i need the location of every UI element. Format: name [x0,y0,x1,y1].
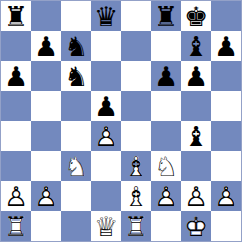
square-a1[interactable]: ♜♖ [1,211,31,241]
square-e8[interactable] [121,1,151,31]
black-rook[interactable]: ♜ [151,1,181,31]
square-b1[interactable] [31,211,61,241]
square-g5[interactable] [181,91,211,121]
black-knight[interactable]: ♞ [61,31,91,61]
black-pawn[interactable]: ♟ [1,61,31,91]
white-king[interactable]: ♚♔ [181,211,211,241]
piece-glyph: ♞ [64,33,88,60]
square-a7[interactable] [1,31,31,61]
piece-glyph: ♟ [4,63,28,90]
piece-outline-layer: ♗ [124,183,148,210]
square-c7[interactable]: ♞ [61,31,91,61]
square-h7[interactable]: ♟ [211,31,241,61]
piece-outline-layer: ♗ [124,153,148,180]
square-g4[interactable]: ♝ [181,121,211,151]
square-f6[interactable]: ♟ [151,61,181,91]
black-queen[interactable]: ♛ [91,1,121,31]
piece-glyph: ♟ [94,93,118,120]
piece-outline-layer: ♘ [64,153,88,180]
piece-outline-layer: ♘ [154,153,178,180]
white-rook[interactable]: ♜♖ [121,211,151,241]
piece-glyph: ♜ [154,3,178,30]
piece-glyph: ♛ [94,3,118,30]
square-g6[interactable]: ♟ [181,61,211,91]
black-bishop[interactable]: ♝ [181,121,211,151]
square-e4[interactable] [121,121,151,151]
black-bishop[interactable]: ♝ [181,31,211,61]
square-a2[interactable]: ♟♙ [1,181,31,211]
square-h4[interactable] [211,121,241,151]
square-b3[interactable] [31,151,61,181]
square-b5[interactable] [31,91,61,121]
square-d2[interactable] [91,181,121,211]
square-c2[interactable] [61,181,91,211]
square-c4[interactable] [61,121,91,151]
black-pawn[interactable]: ♟ [91,91,121,121]
square-g1[interactable]: ♚♔ [181,211,211,241]
square-h3[interactable] [211,151,241,181]
square-b6[interactable] [31,61,61,91]
white-pawn[interactable]: ♟♙ [211,181,241,211]
chess-board: ♜♛♜♚♟♞♝♟♟♞♟♟♟♟♙♝♞♘♝♗♞♘♟♙♟♙♝♗♟♙♟♙♟♙♜♖♛♕♜♖… [0,0,242,242]
piece-glyph: ♟ [34,33,58,60]
square-c8[interactable] [61,1,91,31]
square-g2[interactable]: ♟♙ [181,181,211,211]
piece-outline-layer: ♔ [184,213,208,240]
square-d5[interactable]: ♟ [91,91,121,121]
square-c6[interactable]: ♞ [61,61,91,91]
square-f8[interactable]: ♜ [151,1,181,31]
piece-outline-layer: ♙ [154,183,178,210]
square-e7[interactable] [121,31,151,61]
square-e3[interactable]: ♝♗ [121,151,151,181]
square-e2[interactable]: ♝♗ [121,181,151,211]
square-b4[interactable] [31,121,61,151]
black-pawn[interactable]: ♟ [31,31,61,61]
white-pawn[interactable]: ♟♙ [31,181,61,211]
square-g7[interactable]: ♝ [181,31,211,61]
black-rook[interactable]: ♜ [1,1,31,31]
white-bishop[interactable]: ♝♗ [121,181,151,211]
white-bishop[interactable]: ♝♗ [121,151,151,181]
piece-outline-layer: ♖ [4,213,28,240]
piece-glyph: ♞ [64,63,88,90]
black-king[interactable]: ♚ [181,1,211,31]
piece-glyph: ♝ [184,123,208,150]
square-b7[interactable]: ♟ [31,31,61,61]
square-a4[interactable] [1,121,31,151]
square-f1[interactable] [151,211,181,241]
black-pawn[interactable]: ♟ [181,61,211,91]
square-d7[interactable] [91,31,121,61]
square-d4[interactable]: ♟♙ [91,121,121,151]
square-h2[interactable]: ♟♙ [211,181,241,211]
white-rook[interactable]: ♜♖ [1,211,31,241]
piece-glyph: ♟ [214,33,238,60]
square-a3[interactable] [1,151,31,181]
white-knight[interactable]: ♞♘ [61,151,91,181]
square-h8[interactable] [211,1,241,31]
square-a6[interactable]: ♟ [1,61,31,91]
square-g3[interactable] [181,151,211,181]
piece-glyph: ♜ [4,3,28,30]
black-knight[interactable]: ♞ [61,61,91,91]
black-pawn[interactable]: ♟ [211,31,241,61]
square-d3[interactable] [91,151,121,181]
square-a8[interactable]: ♜ [1,1,31,31]
square-d8[interactable]: ♛ [91,1,121,31]
square-a5[interactable] [1,91,31,121]
square-b8[interactable] [31,1,61,31]
white-queen[interactable]: ♛♕ [91,211,121,241]
piece-outline-layer: ♕ [94,213,118,240]
white-pawn[interactable]: ♟♙ [181,181,211,211]
piece-glyph: ♟ [184,63,208,90]
piece-outline-layer: ♖ [124,213,148,240]
black-pawn[interactable]: ♟ [151,61,181,91]
square-f5[interactable] [151,91,181,121]
square-h6[interactable] [211,61,241,91]
square-d6[interactable] [91,61,121,91]
white-knight[interactable]: ♞♘ [151,151,181,181]
square-c1[interactable] [61,211,91,241]
square-f7[interactable] [151,31,181,61]
square-e6[interactable] [121,61,151,91]
square-d1[interactable]: ♛♕ [91,211,121,241]
piece-outline-layer: ♙ [214,183,238,210]
piece-glyph: ♚ [184,3,208,30]
square-f3[interactable]: ♞♘ [151,151,181,181]
piece-outline-layer: ♙ [94,123,118,150]
square-b2[interactable]: ♟♙ [31,181,61,211]
square-f4[interactable] [151,121,181,151]
white-pawn[interactable]: ♟♙ [1,181,31,211]
square-e1[interactable]: ♜♖ [121,211,151,241]
square-h1[interactable] [211,211,241,241]
white-pawn[interactable]: ♟♙ [151,181,181,211]
square-c5[interactable] [61,91,91,121]
square-c3[interactable]: ♞♘ [61,151,91,181]
square-h5[interactable] [211,91,241,121]
square-f2[interactable]: ♟♙ [151,181,181,211]
piece-glyph: ♝ [184,33,208,60]
piece-glyph: ♟ [154,63,178,90]
piece-outline-layer: ♙ [34,183,58,210]
piece-outline-layer: ♙ [4,183,28,210]
white-pawn[interactable]: ♟♙ [91,121,121,151]
piece-outline-layer: ♙ [184,183,208,210]
square-g8[interactable]: ♚ [181,1,211,31]
square-e5[interactable] [121,91,151,121]
